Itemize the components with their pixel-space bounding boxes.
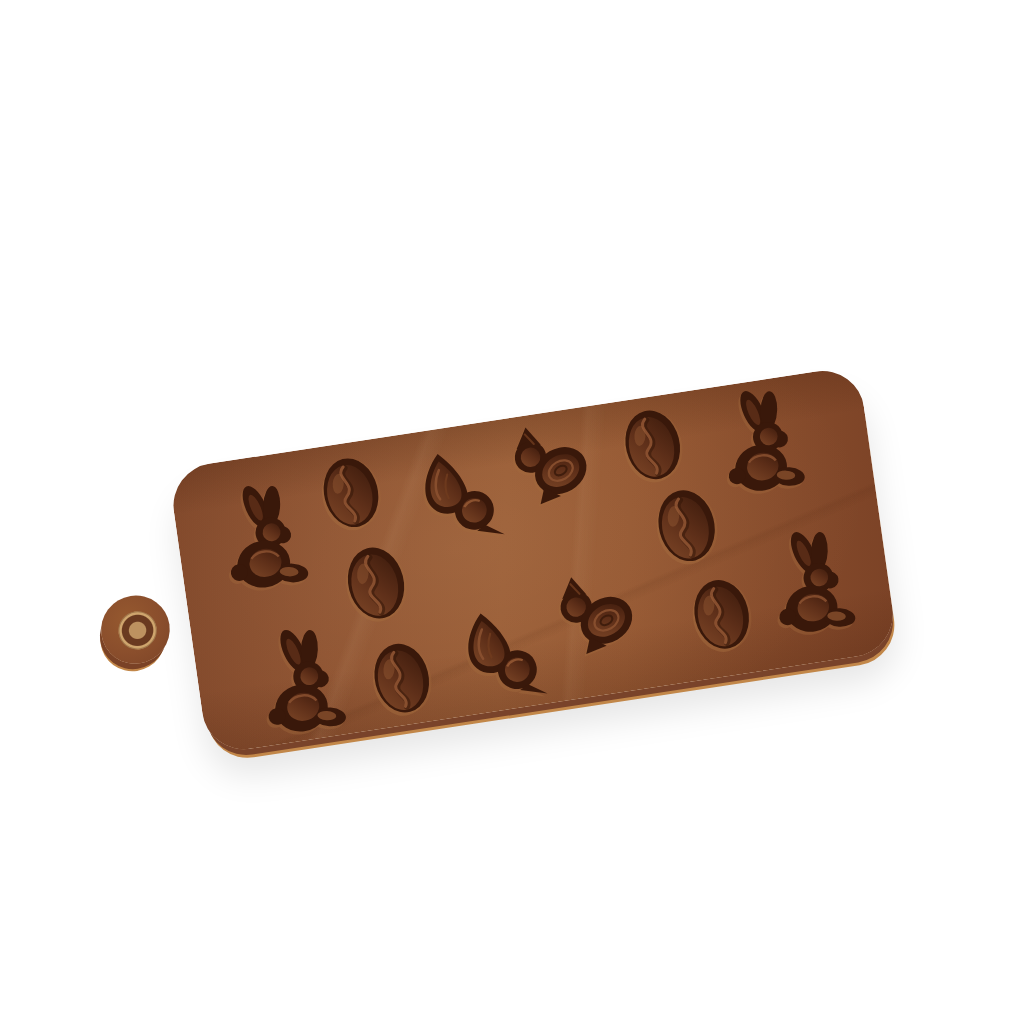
photo-background xyxy=(0,0,1020,1020)
cavity-egg-r2c5 xyxy=(649,483,725,570)
cavity-bunny-r1c6 xyxy=(712,381,809,503)
cavity-layer-group xyxy=(211,375,863,747)
hanging-tab xyxy=(97,591,175,669)
cavity-duck-r1c3 xyxy=(418,446,505,548)
cavity-bunny-r1c1 xyxy=(214,475,313,600)
cavity-duck-r3c4 xyxy=(554,568,644,660)
grommet-hole xyxy=(116,609,159,652)
cavity-duck-r3c3 xyxy=(461,605,548,707)
cavity-layer xyxy=(168,365,898,755)
cavity-egg-r2c2 xyxy=(338,541,414,628)
cavity-egg-r1c5 xyxy=(616,404,690,489)
cavity-duck-r1c4 xyxy=(509,418,599,510)
cavity-egg-r1c2 xyxy=(314,452,388,537)
cavity-egg-r3c2 xyxy=(365,637,439,722)
cavity-bunny-r3c1 xyxy=(251,619,350,744)
chocolate-mold xyxy=(168,365,898,755)
cavity-bunny-r3c6 xyxy=(762,522,859,644)
cavity-egg-r3c5 xyxy=(685,573,759,658)
